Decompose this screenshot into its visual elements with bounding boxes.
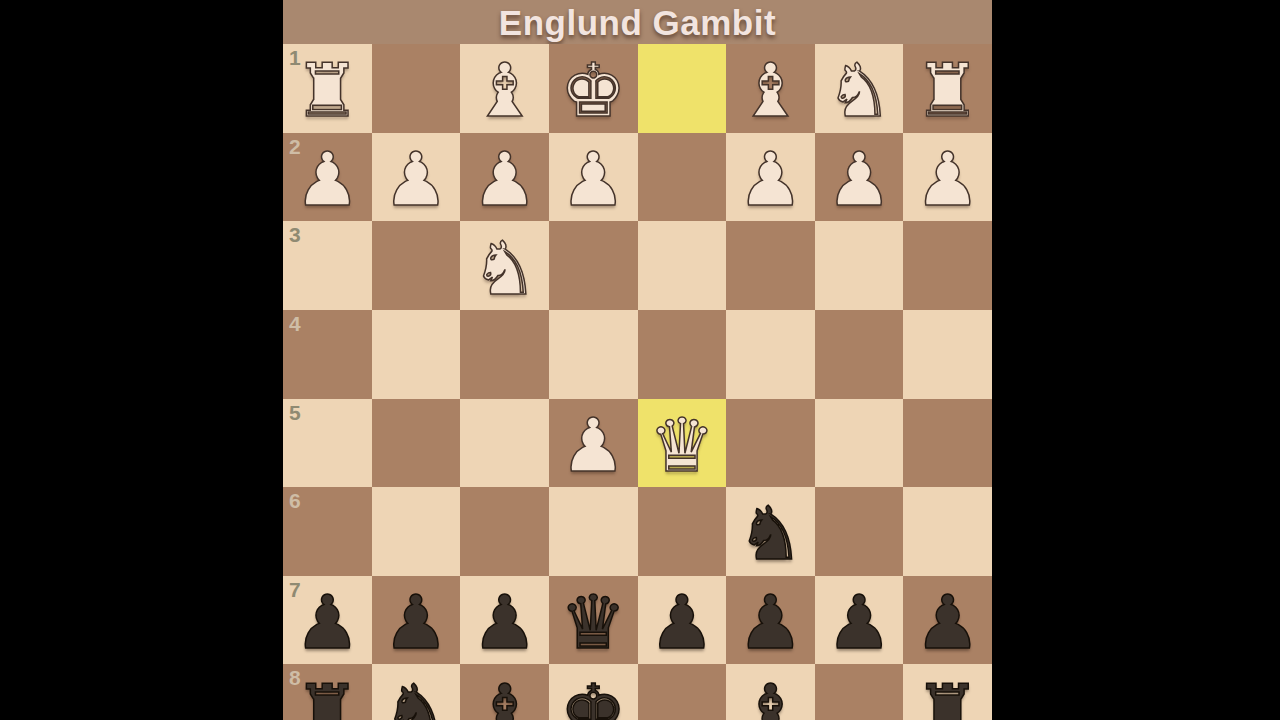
white-pawn-b2[interactable]: ♟ xyxy=(826,142,892,216)
black-pawn-a7[interactable]: ♟ xyxy=(915,585,981,659)
square-e1[interactable]: ♚ xyxy=(549,44,638,133)
square-g8[interactable]: ♞ xyxy=(372,664,461,720)
square-c5[interactable] xyxy=(726,399,815,488)
square-c6[interactable]: ♞ xyxy=(726,487,815,576)
rank-label-4: 4 xyxy=(289,312,301,336)
square-h1[interactable]: 1♜ xyxy=(283,44,372,133)
square-e2[interactable]: ♟ xyxy=(549,133,638,222)
square-c8[interactable]: ♝ xyxy=(726,664,815,720)
white-rook-a1[interactable]: ♜ xyxy=(915,53,981,127)
white-knight-f3[interactable]: ♞ xyxy=(471,231,537,305)
black-bishop-f8[interactable]: ♝ xyxy=(471,674,537,720)
square-e6[interactable] xyxy=(549,487,638,576)
square-g7[interactable]: ♟ xyxy=(372,576,461,665)
square-h2[interactable]: 2♟ xyxy=(283,133,372,222)
stage: Englund Gambit 1♜♝♚♝♞♜2♟♟♟♟♟♟♟3♞45♟♛6♞7♟… xyxy=(283,0,992,720)
square-h8[interactable]: 8♜ xyxy=(283,664,372,720)
square-f6[interactable] xyxy=(460,487,549,576)
square-d3[interactable] xyxy=(638,221,727,310)
square-d4[interactable] xyxy=(638,310,727,399)
square-d7[interactable]: ♟ xyxy=(638,576,727,665)
square-a2[interactable]: ♟ xyxy=(903,133,992,222)
white-pawn-a2[interactable]: ♟ xyxy=(915,142,981,216)
black-bishop-c8[interactable]: ♝ xyxy=(737,674,803,720)
square-g4[interactable] xyxy=(372,310,461,399)
square-c3[interactable] xyxy=(726,221,815,310)
rank-label-5: 5 xyxy=(289,401,301,425)
square-d1[interactable] xyxy=(638,44,727,133)
chess-board[interactable]: 1♜♝♚♝♞♜2♟♟♟♟♟♟♟3♞45♟♛6♞7♟♟♟♛♟♟♟♟8♜♞♝♚♝♜ xyxy=(283,44,992,720)
black-pawn-d7[interactable]: ♟ xyxy=(649,585,715,659)
black-rook-h8[interactable]: ♜ xyxy=(294,674,360,720)
white-pawn-e2[interactable]: ♟ xyxy=(560,142,626,216)
square-e4[interactable] xyxy=(549,310,638,399)
square-b3[interactable] xyxy=(815,221,904,310)
white-queen-d5[interactable]: ♛ xyxy=(649,408,715,482)
square-d6[interactable] xyxy=(638,487,727,576)
black-pawn-g7[interactable]: ♟ xyxy=(383,585,449,659)
black-knight-g8[interactable]: ♞ xyxy=(383,674,449,720)
square-g6[interactable] xyxy=(372,487,461,576)
rank-label-3: 3 xyxy=(289,223,301,247)
square-a5[interactable] xyxy=(903,399,992,488)
square-f1[interactable]: ♝ xyxy=(460,44,549,133)
square-a4[interactable] xyxy=(903,310,992,399)
white-pawn-h2[interactable]: ♟ xyxy=(294,142,360,216)
square-e8[interactable]: ♚ xyxy=(549,664,638,720)
square-a1[interactable]: ♜ xyxy=(903,44,992,133)
white-pawn-g2[interactable]: ♟ xyxy=(383,142,449,216)
square-g3[interactable] xyxy=(372,221,461,310)
square-e5[interactable]: ♟ xyxy=(549,399,638,488)
square-b7[interactable]: ♟ xyxy=(815,576,904,665)
square-c2[interactable]: ♟ xyxy=(726,133,815,222)
video-frame: Englund Gambit 1♜♝♚♝♞♜2♟♟♟♟♟♟♟3♞45♟♛6♞7♟… xyxy=(0,0,1280,720)
square-f3[interactable]: ♞ xyxy=(460,221,549,310)
square-b1[interactable]: ♞ xyxy=(815,44,904,133)
square-h4[interactable]: 4 xyxy=(283,310,372,399)
square-g5[interactable] xyxy=(372,399,461,488)
square-h6[interactable]: 6 xyxy=(283,487,372,576)
square-f8[interactable]: ♝ xyxy=(460,664,549,720)
black-pawn-b7[interactable]: ♟ xyxy=(826,585,892,659)
black-pawn-c7[interactable]: ♟ xyxy=(737,585,803,659)
black-queen-e7[interactable]: ♛ xyxy=(560,585,626,659)
white-knight-b1[interactable]: ♞ xyxy=(826,53,892,127)
square-b4[interactable] xyxy=(815,310,904,399)
square-e7[interactable]: ♛ xyxy=(549,576,638,665)
square-a7[interactable]: ♟ xyxy=(903,576,992,665)
rank-label-6: 6 xyxy=(289,489,301,513)
left-letterbox xyxy=(0,0,283,720)
square-f4[interactable] xyxy=(460,310,549,399)
square-h5[interactable]: 5 xyxy=(283,399,372,488)
white-pawn-e5[interactable]: ♟ xyxy=(560,408,626,482)
square-a3[interactable] xyxy=(903,221,992,310)
square-g2[interactable]: ♟ xyxy=(372,133,461,222)
square-a8[interactable]: ♜ xyxy=(903,664,992,720)
square-b8[interactable] xyxy=(815,664,904,720)
square-f2[interactable]: ♟ xyxy=(460,133,549,222)
white-rook-h1[interactable]: ♜ xyxy=(294,53,360,127)
square-g1[interactable] xyxy=(372,44,461,133)
square-b6[interactable] xyxy=(815,487,904,576)
square-d8[interactable] xyxy=(638,664,727,720)
square-b2[interactable]: ♟ xyxy=(815,133,904,222)
page-title: Englund Gambit xyxy=(283,0,992,46)
white-pawn-c2[interactable]: ♟ xyxy=(737,142,803,216)
black-pawn-h7[interactable]: ♟ xyxy=(294,585,360,659)
square-c4[interactable] xyxy=(726,310,815,399)
black-knight-c6[interactable]: ♞ xyxy=(737,496,803,570)
black-king-e8[interactable]: ♚ xyxy=(560,674,626,720)
square-d5[interactable]: ♛ xyxy=(638,399,727,488)
square-c7[interactable]: ♟ xyxy=(726,576,815,665)
square-d2[interactable] xyxy=(638,133,727,222)
white-bishop-c1[interactable]: ♝ xyxy=(737,53,803,127)
white-pawn-f2[interactable]: ♟ xyxy=(471,142,537,216)
white-king-e1[interactable]: ♚ xyxy=(560,53,626,127)
square-c1[interactable]: ♝ xyxy=(726,44,815,133)
white-bishop-f1[interactable]: ♝ xyxy=(471,53,537,127)
square-e3[interactable] xyxy=(549,221,638,310)
black-pawn-f7[interactable]: ♟ xyxy=(471,585,537,659)
square-a6[interactable] xyxy=(903,487,992,576)
square-h3[interactable]: 3 xyxy=(283,221,372,310)
square-f7[interactable]: ♟ xyxy=(460,576,549,665)
square-h7[interactable]: 7♟ xyxy=(283,576,372,665)
right-letterbox xyxy=(992,0,1280,720)
black-rook-a8[interactable]: ♜ xyxy=(915,674,981,720)
square-f5[interactable] xyxy=(460,399,549,488)
square-b5[interactable] xyxy=(815,399,904,488)
